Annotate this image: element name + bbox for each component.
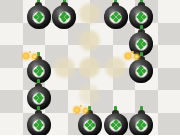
explosion-ghost-mark	[54, 57, 75, 78]
four-diamond-icon	[83, 119, 96, 132]
board-cells	[0, 0, 180, 135]
four-diamond-icon	[58, 11, 71, 24]
bomb[interactable]	[27, 5, 51, 29]
four-diamond-icon	[32, 92, 45, 105]
game-board	[0, 0, 180, 135]
four-diamond-icon	[32, 119, 45, 132]
bomb[interactable]	[129, 113, 153, 136]
explosion-ghost-cell	[77, 54, 103, 81]
explosion-ghost-mark	[79, 30, 100, 51]
four-diamond-icon	[135, 65, 148, 78]
bomb-cell-lit	[77, 108, 103, 135]
explosion-ghost-cell	[77, 81, 103, 108]
bomb-cell	[129, 108, 155, 135]
bomb[interactable]	[52, 5, 76, 29]
bomb-cell	[26, 108, 52, 135]
explosion-ghost-mark	[79, 3, 100, 24]
four-diamond-icon	[135, 119, 148, 132]
bomb-cell	[26, 0, 52, 27]
bomb-cell	[103, 0, 129, 27]
bomb-cell	[26, 81, 52, 108]
explosion-ghost-mark	[105, 57, 126, 78]
four-diamond-icon	[109, 119, 122, 132]
explosion-ghost-cell	[77, 27, 103, 54]
bomb-cell-lit	[129, 54, 155, 81]
four-diamond-icon	[109, 11, 122, 24]
explosion-ghost-cell	[51, 54, 77, 81]
bomb-cell-lit	[26, 54, 52, 81]
four-diamond-icon	[135, 38, 148, 51]
bomb-cell	[129, 27, 155, 54]
explosion-ghost-cell	[77, 0, 103, 27]
bomb[interactable]	[104, 113, 128, 136]
bomb-cell	[129, 0, 155, 27]
explosion-ghost-mark	[79, 84, 100, 105]
four-diamond-icon	[32, 11, 45, 24]
bomb-cell	[51, 0, 77, 27]
explosion-ghost-mark	[79, 57, 100, 78]
bomb-cell	[103, 108, 129, 135]
bomb[interactable]	[104, 5, 128, 29]
explosion-ghost-cell	[103, 54, 129, 81]
four-diamond-icon	[32, 65, 45, 78]
bomb-lit[interactable]	[129, 59, 153, 83]
bomb-lit[interactable]	[78, 113, 102, 136]
four-diamond-icon	[135, 11, 148, 24]
bomb[interactable]	[27, 113, 51, 136]
